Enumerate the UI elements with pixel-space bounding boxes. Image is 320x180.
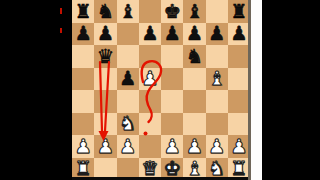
right-letterbox <box>262 0 320 180</box>
square-d6 <box>139 45 161 68</box>
square-c8: ♝ <box>117 0 139 23</box>
piece-white-pawn-g2: ♟ <box>206 135 228 158</box>
square-a3 <box>72 113 94 136</box>
square-f3 <box>183 113 205 136</box>
square-d4 <box>139 90 161 113</box>
square-b2: ♟ <box>94 135 116 158</box>
piece-white-pawn-f2: ♟ <box>183 135 205 158</box>
piece-white-pawn-b2: ♟ <box>94 135 116 158</box>
square-c5: ♟ <box>117 68 139 91</box>
square-e8: ♚ <box>161 0 183 23</box>
red-tick-mark <box>60 28 62 33</box>
left-letterbox <box>0 0 72 180</box>
square-g4 <box>206 90 228 113</box>
piece-black-knight-f6: ♞ <box>183 45 205 68</box>
square-c2: ♟ <box>117 135 139 158</box>
piece-white-pawn-h2: ♟ <box>228 135 250 158</box>
piece-black-pawn-d7: ♟ <box>139 23 161 46</box>
square-h7: ♟ <box>228 23 250 46</box>
square-c7 <box>117 23 139 46</box>
square-f4 <box>183 90 205 113</box>
red-tick-mark <box>60 8 62 14</box>
piece-black-queen-b6: ♛ <box>94 45 116 68</box>
square-b5 <box>94 68 116 91</box>
square-e4 <box>161 90 183 113</box>
square-e3 <box>161 113 183 136</box>
piece-black-bishop-c8: ♝ <box>117 0 139 23</box>
piece-white-knight-c3: ♞ <box>117 113 139 136</box>
square-h2: ♟ <box>228 135 250 158</box>
square-a8: ♜ <box>72 0 94 23</box>
square-g7: ♟ <box>206 23 228 46</box>
square-d7: ♟ <box>139 23 161 46</box>
square-c3: ♞ <box>117 113 139 136</box>
square-f7: ♟ <box>183 23 205 46</box>
square-c6 <box>117 45 139 68</box>
square-g6 <box>206 45 228 68</box>
piece-white-pawn-c2: ♟ <box>117 135 139 158</box>
square-g5: ♝ <box>206 68 228 91</box>
square-e2: ♟ <box>161 135 183 158</box>
square-a4 <box>72 90 94 113</box>
piece-black-pawn-e7: ♟ <box>161 23 183 46</box>
square-c4 <box>117 90 139 113</box>
square-a7: ♟ <box>72 23 94 46</box>
square-b4 <box>94 90 116 113</box>
piece-white-pawn-e2: ♟ <box>161 135 183 158</box>
square-e5 <box>161 68 183 91</box>
piece-black-rook-h8: ♜ <box>228 0 250 23</box>
piece-black-knight-b8: ♞ <box>94 0 116 23</box>
square-f8: ♝ <box>183 0 205 23</box>
square-d3 <box>139 113 161 136</box>
square-f2: ♟ <box>183 135 205 158</box>
square-f6: ♞ <box>183 45 205 68</box>
piece-white-bishop-g5: ♝ <box>206 68 228 91</box>
video-frame: ♜♞♝♚♝♜♟♟♟♟♟♟♟♛♞♟♟♝♞♟♟♟♟♟♟♟♜♛♚♝♞♜ <box>0 0 320 180</box>
square-b3 <box>94 113 116 136</box>
square-b6: ♛ <box>94 45 116 68</box>
square-h4 <box>228 90 250 113</box>
square-h8: ♜ <box>228 0 250 23</box>
square-h5 <box>228 68 250 91</box>
square-a2: ♟ <box>72 135 94 158</box>
piece-black-pawn-f7: ♟ <box>183 23 205 46</box>
square-e6 <box>161 45 183 68</box>
square-g2: ♟ <box>206 135 228 158</box>
square-b8: ♞ <box>94 0 116 23</box>
square-d2 <box>139 135 161 158</box>
chess-board: ♜♞♝♚♝♜♟♟♟♟♟♟♟♛♞♟♟♝♞♟♟♟♟♟♟♟♜♛♚♝♞♜ <box>72 0 250 180</box>
square-h6 <box>228 45 250 68</box>
board-bottom-edge <box>72 177 248 180</box>
square-d8 <box>139 0 161 23</box>
piece-black-pawn-a7: ♟ <box>72 23 94 46</box>
square-e7: ♟ <box>161 23 183 46</box>
square-f5 <box>183 68 205 91</box>
piece-black-pawn-g7: ♟ <box>206 23 228 46</box>
piece-black-pawn-c5: ♟ <box>117 68 139 91</box>
square-g8 <box>206 0 228 23</box>
square-b7: ♟ <box>94 23 116 46</box>
piece-black-pawn-b7: ♟ <box>94 23 116 46</box>
piece-black-bishop-f8: ♝ <box>183 0 205 23</box>
square-a6 <box>72 45 94 68</box>
piece-black-king-e8: ♚ <box>161 0 183 23</box>
square-h3 <box>228 113 250 136</box>
piece-black-rook-a8: ♜ <box>72 0 94 23</box>
square-g3 <box>206 113 228 136</box>
piece-white-pawn-d5: ♟ <box>139 68 161 91</box>
square-d5: ♟ <box>139 68 161 91</box>
right-white-strip <box>251 0 262 180</box>
square-a5 <box>72 68 94 91</box>
piece-white-pawn-a2: ♟ <box>72 135 94 158</box>
piece-black-pawn-h7: ♟ <box>228 23 250 46</box>
